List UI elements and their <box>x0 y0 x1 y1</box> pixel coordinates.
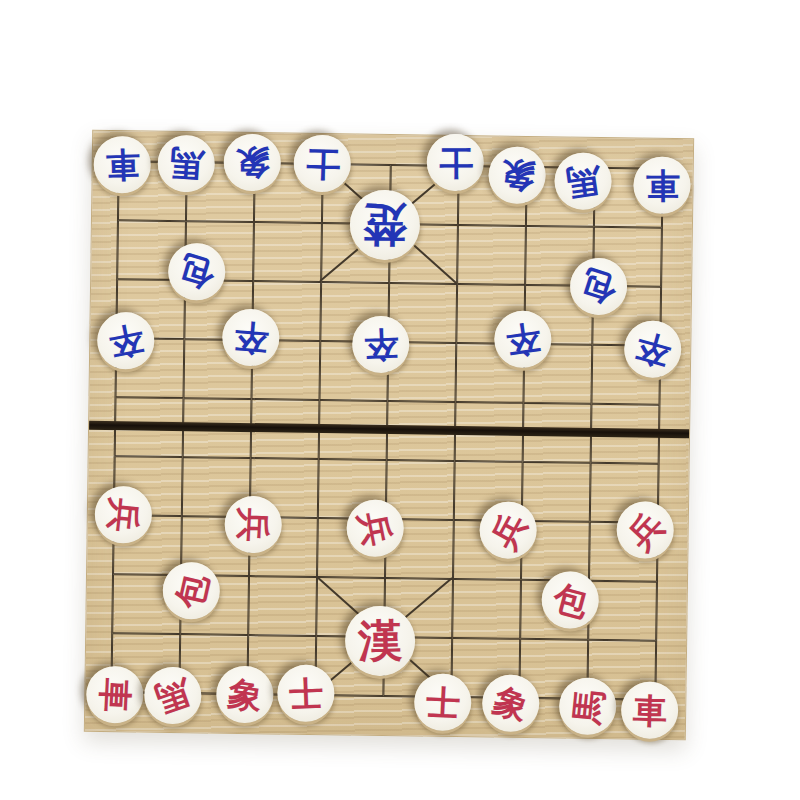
piece-blue-horse[interactable]: 馬 <box>554 152 612 210</box>
piece-red-soldier[interactable]: 兵 <box>346 499 404 557</box>
piece-blue-elephant[interactable]: 象 <box>488 146 546 204</box>
soldier-character: 兵 <box>355 508 395 548</box>
soldier-character: 卒 <box>232 319 269 356</box>
piece-red-elephant[interactable]: 象 <box>216 666 274 724</box>
product-photo-backdrop: 車馬象士士象馬車楚包包卒卒卒卒卒兵兵兵兵兵包包漢車馬象士士象馬車 <box>0 0 800 800</box>
pieces-layer: 車馬象士士象馬車楚包包卒卒卒卒卒兵兵兵兵兵包包漢車馬象士士象馬車 <box>85 131 693 739</box>
piece-red-elephant[interactable]: 象 <box>482 674 540 732</box>
piece-blue-soldier[interactable]: 卒 <box>624 320 682 378</box>
piece-red-advisor[interactable]: 士 <box>277 664 335 722</box>
piece-blue-advisor[interactable]: 士 <box>426 134 484 192</box>
cannon-character: 包 <box>176 251 218 293</box>
advisor-character: 士 <box>425 684 461 720</box>
piece-blue-soldier[interactable]: 卒 <box>97 312 155 370</box>
horse-character: 馬 <box>564 162 603 201</box>
horse-character: 馬 <box>151 674 194 717</box>
piece-red-horse[interactable]: 馬 <box>559 677 617 735</box>
soldier-character: 兵 <box>485 507 531 553</box>
general-character: 漢 <box>358 618 403 663</box>
piece-red-cannon[interactable]: 包 <box>541 571 599 629</box>
piece-blue-chariot[interactable]: 車 <box>93 136 151 194</box>
piece-red-general[interactable]: 漢 <box>345 605 416 676</box>
piece-blue-cannon[interactable]: 包 <box>168 243 226 301</box>
piece-blue-general[interactable]: 楚 <box>349 189 420 260</box>
horse-character: 馬 <box>168 146 204 182</box>
piece-red-chariot[interactable]: 車 <box>621 681 679 739</box>
piece-red-cannon[interactable]: 包 <box>162 562 220 620</box>
elephant-character: 象 <box>498 156 536 194</box>
cannon-character: 包 <box>549 579 591 621</box>
xiangqi-board: 車馬象士士象馬車楚包包卒卒卒卒卒兵兵兵兵兵包包漢車馬象士士象馬車 <box>84 130 694 740</box>
soldier-character: 兵 <box>105 496 142 533</box>
advisor-character: 士 <box>305 146 340 181</box>
soldier-character: 兵 <box>621 506 669 554</box>
soldier-character: 卒 <box>632 328 674 370</box>
chariot-character: 車 <box>105 147 140 182</box>
chariot-character: 車 <box>97 677 133 713</box>
chariot-character: 車 <box>645 168 679 202</box>
piece-blue-cannon[interactable]: 包 <box>570 258 628 316</box>
piece-blue-soldier[interactable]: 卒 <box>352 315 410 373</box>
piece-red-horse[interactable]: 馬 <box>144 667 202 725</box>
cannon-character: 包 <box>577 265 620 308</box>
piece-blue-soldier[interactable]: 卒 <box>222 309 280 367</box>
elephant-character: 象 <box>489 682 532 725</box>
chariot-character: 車 <box>632 693 667 728</box>
advisor-character: 士 <box>438 145 472 179</box>
piece-red-chariot[interactable]: 車 <box>86 666 144 724</box>
piece-red-advisor[interactable]: 士 <box>414 673 472 731</box>
piece-blue-soldier[interactable]: 卒 <box>494 310 552 368</box>
piece-red-soldier[interactable]: 兵 <box>616 501 674 559</box>
piece-blue-elephant[interactable]: 象 <box>223 134 281 192</box>
piece-blue-horse[interactable]: 馬 <box>157 135 215 193</box>
soldier-character: 卒 <box>363 327 398 362</box>
horse-character: 馬 <box>569 688 606 725</box>
elephant-character: 象 <box>235 145 270 180</box>
soldier-character: 卒 <box>106 321 146 361</box>
soldier-character: 卒 <box>504 320 543 359</box>
piece-blue-chariot[interactable]: 車 <box>633 156 691 214</box>
piece-red-soldier[interactable]: 兵 <box>224 496 282 554</box>
elephant-character: 象 <box>225 675 264 714</box>
soldier-character: 兵 <box>235 507 271 543</box>
general-character: 楚 <box>363 203 408 248</box>
advisor-character: 士 <box>288 676 323 711</box>
cannon-character: 包 <box>171 570 212 611</box>
piece-red-soldier[interactable]: 兵 <box>479 501 537 559</box>
piece-blue-advisor[interactable]: 士 <box>293 135 351 193</box>
piece-red-soldier[interactable]: 兵 <box>94 486 152 544</box>
